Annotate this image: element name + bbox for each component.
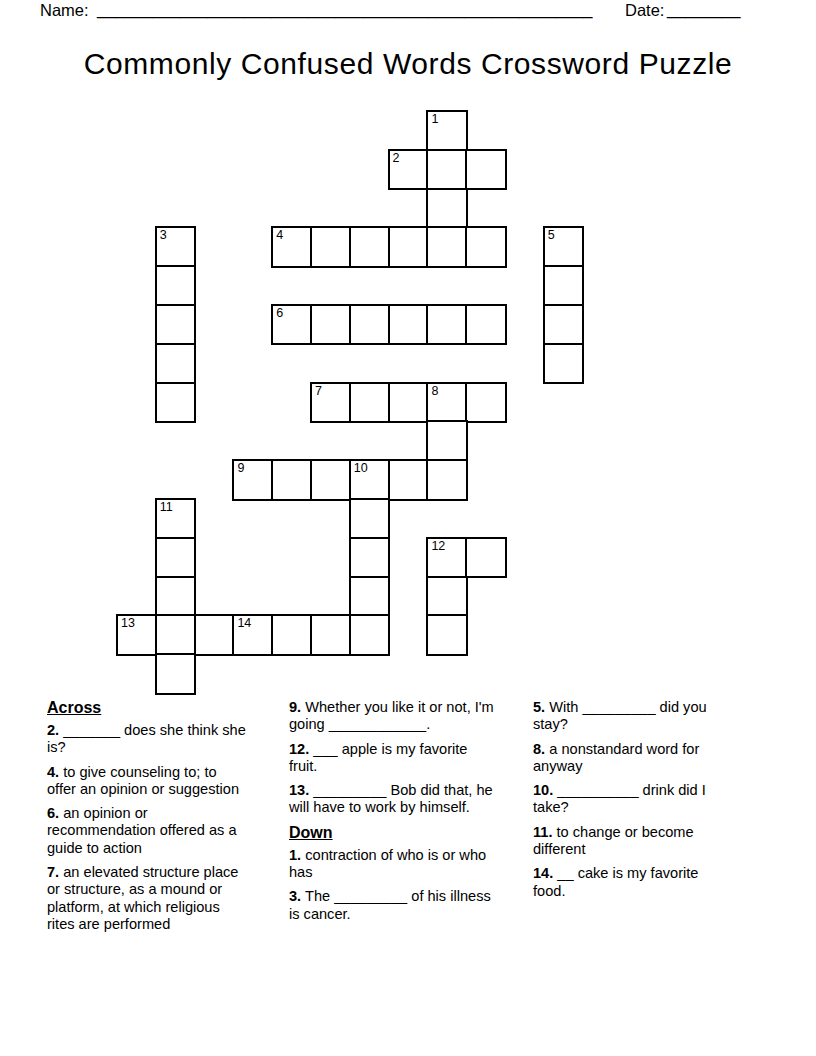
across-clue-number-2: 2. xyxy=(47,722,59,738)
grid-cell-c1-r4[interactable] xyxy=(155,265,196,306)
down-clue-number-5: 5. xyxy=(533,699,545,715)
grid-cell-c6-r9[interactable]: 10 xyxy=(349,459,390,500)
grid-clue-number-8: 8 xyxy=(431,385,438,398)
across-clue-13: 13. _________ Bob did that, he will have… xyxy=(289,782,495,817)
grid-cell-c5-r5[interactable] xyxy=(310,304,351,345)
grid-cell-c8-r11[interactable]: 12 xyxy=(426,537,467,578)
grid-cell-c6-r5[interactable] xyxy=(349,304,390,345)
across-clue-4: 4. to give counseling to; to offer an op… xyxy=(47,764,247,799)
grid-cell-c7-r5[interactable] xyxy=(388,304,429,345)
grid-clue-number-2: 2 xyxy=(393,152,400,165)
across-clue-number-7: 7. xyxy=(47,864,59,880)
grid-clue-number-7: 7 xyxy=(315,385,322,398)
down-clue-14: 14. __ cake is my favorite food. xyxy=(533,865,733,900)
grid-cell-c1-r7[interactable] xyxy=(155,382,196,423)
grid-cell-c9-r11[interactable] xyxy=(465,537,506,578)
down-clue-5: 5. With _________ did you stay? xyxy=(533,699,733,734)
grid-clue-number-9: 9 xyxy=(237,462,244,475)
grid-cell-c7-r3[interactable] xyxy=(388,226,429,267)
down-clue-number-1: 1. xyxy=(289,847,301,863)
across-clue-number-13: 13. xyxy=(289,782,309,798)
grid-cell-c4-r13[interactable] xyxy=(271,614,312,655)
down-clue-11: 11. to change or become different xyxy=(533,824,733,859)
down-clue-number-11: 11. xyxy=(533,824,552,840)
grid-cell-c6-r13[interactable] xyxy=(349,614,390,655)
down-header: Down xyxy=(289,824,495,842)
grid-cell-c11-r4[interactable] xyxy=(543,265,584,306)
grid-cell-c4-r9[interactable] xyxy=(271,459,312,500)
down-clue-number-8: 8. xyxy=(533,741,545,757)
grid-cell-c4-r5[interactable]: 6 xyxy=(271,304,312,345)
grid-cell-c1-r13[interactable] xyxy=(155,614,196,655)
grid-clue-number-1: 1 xyxy=(431,113,438,126)
across-clue-6: 6. an opinion or recommendation offered … xyxy=(47,805,247,857)
grid-cell-c1-r12[interactable] xyxy=(155,576,196,617)
grid-clue-number-14: 14 xyxy=(237,617,251,630)
grid-cell-c8-r0[interactable]: 1 xyxy=(426,110,467,151)
grid-cell-c6-r12[interactable] xyxy=(349,576,390,617)
across-clue-12: 12. ___ apple is my favorite fruit. xyxy=(289,741,495,776)
grid-cell-c6-r11[interactable] xyxy=(349,537,390,578)
worksheet-page: Name: __________________________________… xyxy=(0,0,816,1056)
across-clue-9: 9. Whether you like it or not, I'm going… xyxy=(289,699,495,734)
grid-cell-c11-r3[interactable]: 5 xyxy=(543,226,584,267)
clue-column-2: 9. Whether you like it or not, I'm going… xyxy=(289,699,495,930)
clue-column-1: Across2. _______ does she think she is?4… xyxy=(47,699,247,940)
down-clue-number-3: 3. xyxy=(289,888,301,904)
grid-cell-c9-r3[interactable] xyxy=(465,226,506,267)
down-clue-8: 8. a nonstandard word for anyway xyxy=(533,741,733,776)
across-clue-number-12: 12. xyxy=(289,741,309,757)
grid-cell-c1-r3[interactable]: 3 xyxy=(155,226,196,267)
grid-cell-c4-r3[interactable]: 4 xyxy=(271,226,312,267)
grid-cell-c7-r7[interactable] xyxy=(388,382,429,423)
down-clue-3: 3. The _________ of his illness is cance… xyxy=(289,888,495,923)
grid-cell-c5-r9[interactable] xyxy=(310,459,351,500)
across-clue-number-4: 4. xyxy=(47,764,59,780)
grid-clue-number-13: 13 xyxy=(121,617,135,630)
grid-cell-c1-r6[interactable] xyxy=(155,343,196,384)
grid-clue-number-12: 12 xyxy=(431,540,445,553)
grid-cell-c6-r3[interactable] xyxy=(349,226,390,267)
across-clue-number-9: 9. xyxy=(289,699,301,715)
down-clue-number-14: 14. xyxy=(533,865,553,881)
grid-cell-c3-r9[interactable]: 9 xyxy=(232,459,273,500)
grid-cell-c7-r9[interactable] xyxy=(388,459,429,500)
grid-cell-c1-r11[interactable] xyxy=(155,537,196,578)
crossword-grid: 1234567891011121314 xyxy=(0,0,816,700)
grid-cell-c8-r8[interactable] xyxy=(426,420,467,461)
grid-clue-number-4: 4 xyxy=(276,229,283,242)
grid-cell-c7-r1[interactable]: 2 xyxy=(388,149,429,190)
grid-clue-number-6: 6 xyxy=(276,307,283,320)
grid-cell-c8-r12[interactable] xyxy=(426,576,467,617)
down-clue-10: 10. __________ drink did I take? xyxy=(533,782,733,817)
grid-cell-c8-r9[interactable] xyxy=(426,459,467,500)
grid-cell-c9-r1[interactable] xyxy=(465,149,506,190)
grid-clue-number-10: 10 xyxy=(354,462,368,475)
across-clue-2: 2. _______ does she think she is? xyxy=(47,722,247,757)
down-clue-1: 1. contraction of who is or who has xyxy=(289,847,495,882)
grid-clue-number-5: 5 xyxy=(548,229,555,242)
clue-column-3: 5. With _________ did you stay?8. a nons… xyxy=(533,699,733,907)
down-clue-number-10: 10. xyxy=(533,782,553,798)
grid-cell-c0-r13[interactable]: 13 xyxy=(116,614,157,655)
across-clue-7: 7. an elevated structure place or struct… xyxy=(47,864,247,933)
across-header: Across xyxy=(47,699,247,717)
grid-cell-c5-r13[interactable] xyxy=(310,614,351,655)
grid-clue-number-11: 11 xyxy=(160,501,173,514)
grid-cell-c8-r1[interactable] xyxy=(426,149,467,190)
grid-cell-c8-r5[interactable] xyxy=(426,304,467,345)
grid-clue-number-3: 3 xyxy=(160,229,167,242)
grid-cell-c2-r13[interactable] xyxy=(194,614,235,655)
grid-cell-c1-r10[interactable]: 11 xyxy=(155,498,196,539)
grid-cell-c3-r13[interactable]: 14 xyxy=(232,614,273,655)
grid-cell-c9-r7[interactable] xyxy=(465,382,506,423)
grid-cell-c8-r7[interactable]: 8 xyxy=(426,382,467,423)
grid-cell-c6-r7[interactable] xyxy=(349,382,390,423)
grid-cell-c5-r7[interactable]: 7 xyxy=(310,382,351,423)
grid-cell-c11-r6[interactable] xyxy=(543,343,584,384)
grid-cell-c1-r5[interactable] xyxy=(155,304,196,345)
grid-cell-c9-r5[interactable] xyxy=(465,304,506,345)
grid-cell-c8-r13[interactable] xyxy=(426,614,467,655)
grid-cell-c5-r3[interactable] xyxy=(310,226,351,267)
grid-cell-c11-r5[interactable] xyxy=(543,304,584,345)
across-clue-number-6: 6. xyxy=(47,805,59,821)
grid-cell-c6-r10[interactable] xyxy=(349,498,390,539)
grid-cell-c8-r2[interactable] xyxy=(426,188,467,229)
grid-cell-c1-r14[interactable] xyxy=(155,653,196,694)
grid-cell-c8-r3[interactable] xyxy=(426,226,467,267)
